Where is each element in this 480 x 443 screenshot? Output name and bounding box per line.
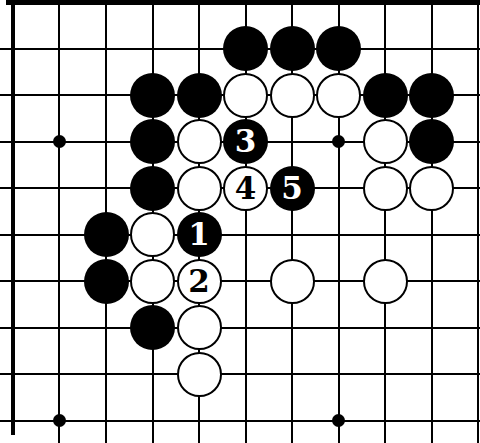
move-3-black-stone: 3 xyxy=(223,119,268,164)
white-stone xyxy=(177,305,222,350)
grid-line-horizontal xyxy=(0,234,480,236)
grid-line-horizontal xyxy=(0,420,480,422)
black-stone xyxy=(223,26,268,71)
move-5-black-stone: 5 xyxy=(270,166,315,211)
black-stone xyxy=(130,166,175,211)
white-stone xyxy=(177,166,222,211)
star-point xyxy=(332,135,345,148)
board-left-edge-line xyxy=(11,0,15,435)
black-stone xyxy=(409,73,454,118)
move-number-label: 5 xyxy=(281,173,303,204)
white-stone xyxy=(270,259,315,304)
white-stone xyxy=(130,212,175,257)
white-stone xyxy=(223,73,268,118)
white-stone xyxy=(363,166,408,211)
black-stone xyxy=(409,119,454,164)
black-stone xyxy=(84,212,129,257)
grid-line-vertical xyxy=(58,2,60,443)
black-stone xyxy=(270,26,315,71)
black-stone xyxy=(130,305,175,350)
grid-line-horizontal xyxy=(0,327,480,329)
black-stone xyxy=(177,73,222,118)
black-stone xyxy=(130,73,175,118)
grid-line-horizontal xyxy=(0,280,480,282)
star-point xyxy=(332,414,345,427)
grid-line-vertical xyxy=(384,2,386,443)
black-stone xyxy=(316,26,361,71)
black-stone xyxy=(84,259,129,304)
white-stone xyxy=(316,73,361,118)
star-point xyxy=(53,414,66,427)
grid-line-horizontal xyxy=(0,373,480,375)
star-point xyxy=(53,135,66,148)
grid-line-vertical xyxy=(431,2,433,443)
white-stone xyxy=(363,259,408,304)
grid-line-vertical xyxy=(477,2,479,443)
move-2-white-stone: 2 xyxy=(177,259,222,304)
move-number-label: 2 xyxy=(188,266,210,297)
white-stone xyxy=(177,119,222,164)
white-stone xyxy=(409,166,454,211)
white-stone xyxy=(130,259,175,304)
white-stone xyxy=(270,73,315,118)
move-4-white-stone: 4 xyxy=(223,166,268,211)
board-top-edge-line xyxy=(6,0,480,5)
white-stone xyxy=(363,119,408,164)
move-number-label: 1 xyxy=(188,219,210,250)
move-1-black-stone: 1 xyxy=(177,212,222,257)
black-stone xyxy=(130,119,175,164)
move-number-label: 3 xyxy=(235,126,257,157)
white-stone xyxy=(177,352,222,397)
move-number-label: 4 xyxy=(235,173,257,204)
black-stone xyxy=(363,73,408,118)
go-board-diagram[interactable]: 34512 xyxy=(0,0,480,443)
